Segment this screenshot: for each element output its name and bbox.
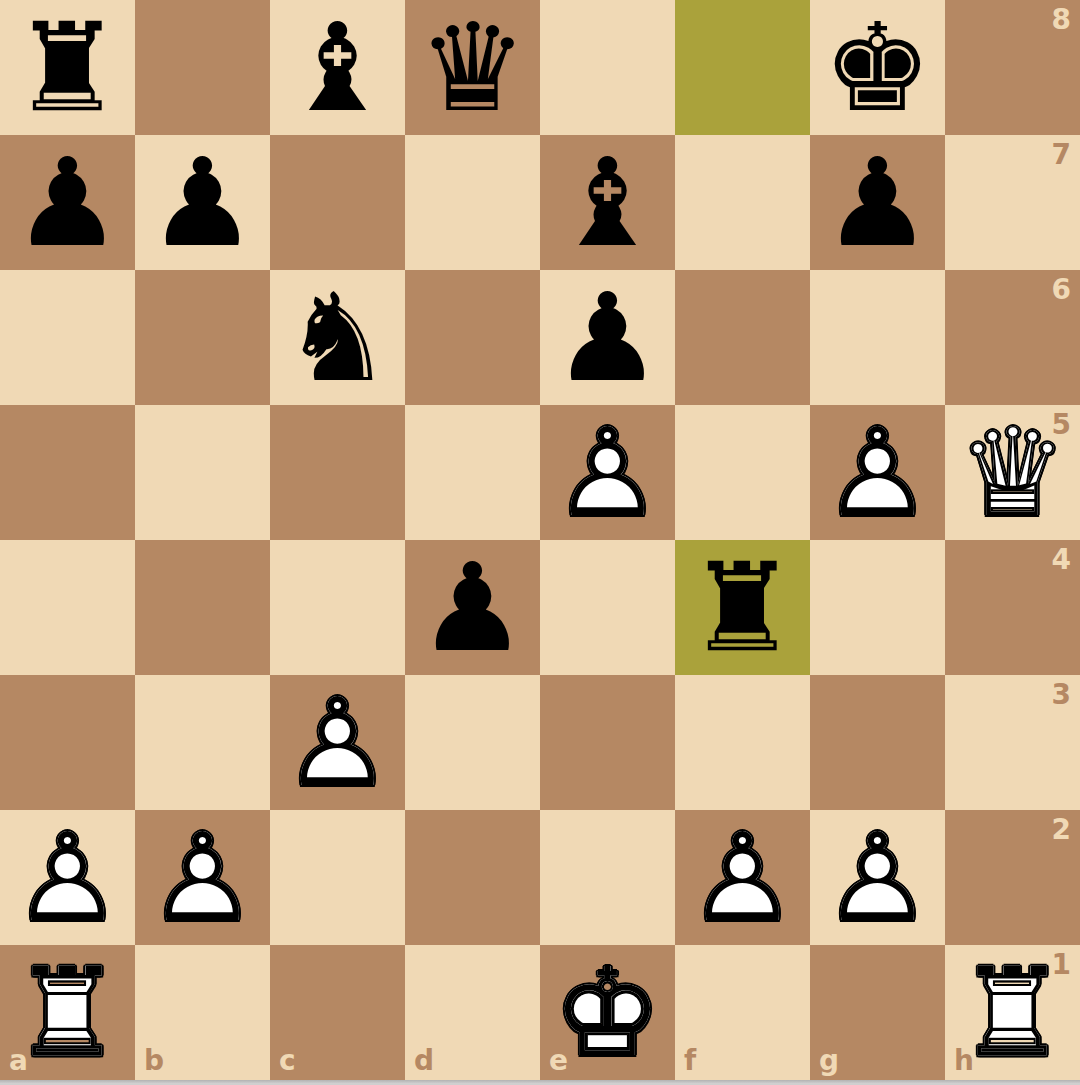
square-a2[interactable]: ♟♙ [0, 810, 135, 945]
white-pawn-outline-icon: ♙ [810, 810, 945, 945]
black-queen-icon: ♛ [405, 0, 540, 135]
square-b6[interactable] [135, 270, 270, 405]
white-king-outline-icon: ♔ [540, 945, 675, 1080]
square-f2[interactable]: ♟♙ [675, 810, 810, 945]
square-b1[interactable]: b [135, 945, 270, 1080]
square-g8[interactable]: ♚ [810, 0, 945, 135]
white-pawn-outline-icon: ♙ [135, 810, 270, 945]
square-e1[interactable]: e♚♔ [540, 945, 675, 1080]
square-f3[interactable] [675, 675, 810, 810]
piece-black-bishop[interactable]: ♝ [540, 135, 675, 270]
square-g7[interactable]: ♟ [810, 135, 945, 270]
black-bishop-icon: ♝ [270, 0, 405, 135]
white-pawn-outline-icon: ♙ [675, 810, 810, 945]
white-pawn-outline-icon: ♙ [270, 675, 405, 810]
square-b7[interactable]: ♟ [135, 135, 270, 270]
square-c3[interactable]: ♟♙ [270, 675, 405, 810]
piece-white-rook[interactable]: ♜♖ [945, 945, 1080, 1080]
square-c6[interactable]: ♞ [270, 270, 405, 405]
black-pawn-icon: ♟ [135, 135, 270, 270]
square-f1[interactable]: f [675, 945, 810, 1080]
piece-black-pawn[interactable]: ♟ [405, 540, 540, 675]
square-b4[interactable] [135, 540, 270, 675]
square-e5[interactable]: ♟♙ [540, 405, 675, 540]
square-a6[interactable] [0, 270, 135, 405]
square-a8[interactable]: ♜ [0, 0, 135, 135]
square-h5[interactable]: 5♛♕ [945, 405, 1080, 540]
white-rook-outline-icon: ♖ [945, 945, 1080, 1080]
piece-black-queen[interactable]: ♛ [405, 0, 540, 135]
square-f8[interactable] [675, 0, 810, 135]
square-e4[interactable] [540, 540, 675, 675]
piece-black-rook[interactable]: ♜ [675, 540, 810, 675]
square-h4[interactable]: 4 [945, 540, 1080, 675]
square-a7[interactable]: ♟ [0, 135, 135, 270]
piece-white-pawn[interactable]: ♟♙ [270, 675, 405, 810]
chess-app-page: ♜♝♛♚8♟♟♝♟7♞♟6♟♙♟♙5♛♕♟♜4♟♙3♟♙♟♙♟♙♟♙2a♜♖bc… [0, 0, 1080, 1085]
square-f6[interactable] [675, 270, 810, 405]
black-rook-icon: ♜ [0, 0, 135, 135]
square-a3[interactable] [0, 675, 135, 810]
square-h8[interactable]: 8 [945, 0, 1080, 135]
square-c2[interactable] [270, 810, 405, 945]
square-b8[interactable] [135, 0, 270, 135]
square-e7[interactable]: ♝ [540, 135, 675, 270]
piece-black-pawn[interactable]: ♟ [135, 135, 270, 270]
file-label-c: c [279, 1047, 296, 1075]
square-b5[interactable] [135, 405, 270, 540]
square-h2[interactable]: 2 [945, 810, 1080, 945]
piece-white-rook[interactable]: ♜♖ [0, 945, 135, 1080]
piece-white-king[interactable]: ♚♔ [540, 945, 675, 1080]
square-e6[interactable]: ♟ [540, 270, 675, 405]
square-c8[interactable]: ♝ [270, 0, 405, 135]
square-a5[interactable] [0, 405, 135, 540]
square-d7[interactable] [405, 135, 540, 270]
page-background-strip [0, 1080, 1080, 1085]
piece-white-queen[interactable]: ♛♕ [945, 405, 1080, 540]
black-rook-icon: ♜ [675, 540, 810, 675]
square-h7[interactable]: 7 [945, 135, 1080, 270]
square-h1[interactable]: 1h♜♖ [945, 945, 1080, 1080]
file-label-f: f [684, 1047, 696, 1075]
chess-board: ♜♝♛♚8♟♟♝♟7♞♟6♟♙♟♙5♛♕♟♜4♟♙3♟♙♟♙♟♙♟♙2a♜♖bc… [0, 0, 1080, 1080]
square-c7[interactable] [270, 135, 405, 270]
rank-label-7: 7 [1052, 141, 1071, 169]
square-b3[interactable] [135, 675, 270, 810]
square-g6[interactable] [810, 270, 945, 405]
black-king-icon: ♚ [810, 0, 945, 135]
white-queen-outline-icon: ♕ [945, 405, 1080, 540]
square-d4[interactable]: ♟ [405, 540, 540, 675]
rank-label-3: 3 [1052, 681, 1071, 709]
square-d8[interactable]: ♛ [405, 0, 540, 135]
piece-black-pawn[interactable]: ♟ [810, 135, 945, 270]
square-f5[interactable] [675, 405, 810, 540]
square-f7[interactable] [675, 135, 810, 270]
square-c1[interactable]: c [270, 945, 405, 1080]
square-h3[interactable]: 3 [945, 675, 1080, 810]
piece-black-pawn[interactable]: ♟ [0, 135, 135, 270]
file-label-g: g [819, 1047, 839, 1075]
square-g2[interactable]: ♟♙ [810, 810, 945, 945]
square-d5[interactable] [405, 405, 540, 540]
square-d6[interactable] [405, 270, 540, 405]
square-g5[interactable]: ♟♙ [810, 405, 945, 540]
black-pawn-icon: ♟ [405, 540, 540, 675]
square-h6[interactable]: 6 [945, 270, 1080, 405]
white-pawn-outline-icon: ♙ [540, 405, 675, 540]
piece-white-pawn[interactable]: ♟♙ [0, 810, 135, 945]
piece-white-pawn[interactable]: ♟♙ [540, 405, 675, 540]
black-knight-icon: ♞ [270, 270, 405, 405]
square-b2[interactable]: ♟♙ [135, 810, 270, 945]
piece-black-knight[interactable]: ♞ [270, 270, 405, 405]
square-d3[interactable] [405, 675, 540, 810]
square-a4[interactable] [0, 540, 135, 675]
white-rook-outline-icon: ♖ [0, 945, 135, 1080]
square-d1[interactable]: d [405, 945, 540, 1080]
piece-white-pawn[interactable]: ♟♙ [675, 810, 810, 945]
square-e2[interactable] [540, 810, 675, 945]
rank-label-6: 6 [1052, 276, 1071, 304]
black-pawn-icon: ♟ [0, 135, 135, 270]
square-d2[interactable] [405, 810, 540, 945]
black-bishop-icon: ♝ [540, 135, 675, 270]
file-label-b: b [144, 1047, 164, 1075]
rank-label-8: 8 [1052, 6, 1071, 34]
square-g3[interactable] [810, 675, 945, 810]
square-g1[interactable]: g [810, 945, 945, 1080]
rank-label-4: 4 [1052, 546, 1071, 574]
square-e8[interactable] [540, 0, 675, 135]
file-label-d: d [414, 1047, 434, 1075]
piece-black-bishop[interactable]: ♝ [270, 0, 405, 135]
square-g4[interactable] [810, 540, 945, 675]
black-pawn-icon: ♟ [540, 270, 675, 405]
square-f4[interactable]: ♜ [675, 540, 810, 675]
piece-white-pawn[interactable]: ♟♙ [810, 405, 945, 540]
white-pawn-outline-icon: ♙ [0, 810, 135, 945]
black-pawn-icon: ♟ [810, 135, 945, 270]
square-c5[interactable] [270, 405, 405, 540]
square-a1[interactable]: a♜♖ [0, 945, 135, 1080]
square-c4[interactable] [270, 540, 405, 675]
piece-white-pawn[interactable]: ♟♙ [810, 810, 945, 945]
square-e3[interactable] [540, 675, 675, 810]
piece-black-king[interactable]: ♚ [810, 0, 945, 135]
rank-label-2: 2 [1052, 816, 1071, 844]
piece-white-pawn[interactable]: ♟♙ [135, 810, 270, 945]
piece-black-rook[interactable]: ♜ [0, 0, 135, 135]
piece-black-pawn[interactable]: ♟ [540, 270, 675, 405]
white-pawn-outline-icon: ♙ [810, 405, 945, 540]
